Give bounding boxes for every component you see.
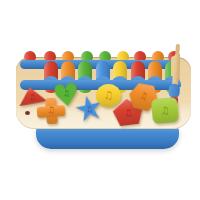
music-note-icon: ♫ bbox=[85, 105, 94, 114]
toy-photo-scene: ♫ ♫ ♥ ♫ ★ ♫ ♫ ♫ ♫ ♫ bbox=[0, 0, 200, 200]
toy-blue-base bbox=[36, 126, 179, 149]
mallet-shaft bbox=[172, 54, 180, 87]
music-note-icon: ♫ bbox=[104, 90, 114, 101]
music-note-icon: ♫ bbox=[160, 105, 170, 116]
peg-hole bbox=[25, 111, 30, 115]
music-note-icon: ♫ bbox=[124, 109, 133, 119]
shape-block-square: ♫ bbox=[151, 97, 179, 124]
music-note-icon: ♫ bbox=[62, 89, 70, 98]
